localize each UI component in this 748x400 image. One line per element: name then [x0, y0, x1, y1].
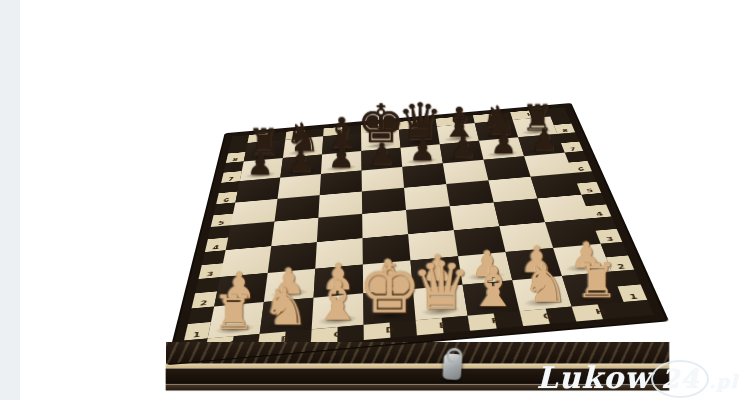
- square-e5: [404, 184, 450, 210]
- piece-shadow: [472, 300, 513, 313]
- watermark-tld: .pl: [709, 371, 738, 392]
- square-h4: [537, 195, 590, 223]
- square-a1: ♜: [208, 302, 264, 338]
- square-b2: ♟: [264, 269, 315, 302]
- square-d1: ♚: [363, 289, 415, 325]
- piece-shadow: [270, 288, 308, 300]
- piece-shadow: [574, 291, 617, 304]
- coord-left-3: 3: [199, 250, 226, 279]
- board-frame: ABCDEFGH8♜♞♝♚♛♝♞♜87♟♟♟♟♟♟♟♟7665544332♟♟♟…: [169, 104, 666, 364]
- coord-bottom-h: H: [572, 302, 630, 321]
- square-g4: [494, 198, 545, 226]
- piece-shadow: [418, 275, 457, 287]
- square-f1: ♝: [463, 280, 520, 315]
- coord-left-5: 5: [211, 202, 236, 227]
- coord-right-3: 3: [591, 216, 623, 243]
- square-g6: [484, 156, 531, 180]
- left-gray-strip: [0, 0, 20, 400]
- piece-shadow: [214, 323, 255, 336]
- square-d5: [362, 188, 406, 214]
- square-d2: ♟: [363, 260, 413, 293]
- square-c5: [318, 191, 362, 217]
- square-c6: [320, 170, 362, 195]
- chess-set-scene: ABCDEFGH8♜♞♝♚♛♝♞♜87♟♟♟♟♟♟♟♟7665544332♟♟♟…: [172, 6, 682, 396]
- square-a6: [235, 178, 280, 203]
- square-a5: [231, 199, 278, 226]
- coord-bottom-g: G: [520, 307, 577, 327]
- square-f2: ♟: [458, 252, 512, 285]
- piece-shadow: [326, 164, 357, 173]
- square-c1: ♝: [312, 293, 364, 329]
- piece-shadow: [516, 266, 556, 278]
- coord-bottom-d: D: [364, 320, 417, 340]
- square-g3: [499, 222, 553, 252]
- square-f5: [446, 180, 493, 206]
- watermark-word: Lukow: [537, 360, 652, 395]
- product-photo: ABCDEFGH8♜♞♝♚♛♝♞♜87♟♟♟♟♟♟♟♟7665544332♟♟♟…: [0, 0, 748, 400]
- metal-clasp-icon: [442, 353, 462, 380]
- square-f4: [450, 202, 500, 230]
- square-e1: ♛: [413, 285, 468, 321]
- coord-right-5: 5: [573, 171, 602, 194]
- piece-shadow: [220, 292, 259, 304]
- chess-board: ABCDEFGH8♜♞♝♚♛♝♞♜87♟♟♟♟♟♟♟♟7665544332♟♟♟…: [169, 104, 666, 364]
- frame-corner: [624, 300, 654, 317]
- piece-shadow: [285, 167, 316, 176]
- square-a8: ♜: [244, 140, 286, 162]
- watermark: Lukow24.pl: [537, 360, 738, 398]
- watermark-number: 24: [651, 360, 709, 398]
- square-b1: ♞: [260, 298, 314, 334]
- square-c2: ♟: [314, 265, 364, 298]
- piece-shadow: [318, 314, 357, 327]
- square-g2: ♟: [506, 248, 562, 280]
- square-b5: [275, 195, 320, 221]
- coord-bottom-e: E: [416, 316, 470, 336]
- square-c7: ♟: [321, 151, 362, 174]
- square-h5: [531, 173, 582, 199]
- coord-right-4: 4: [581, 193, 611, 218]
- square-e6: [402, 163, 446, 187]
- coord-bottom-f: F: [468, 311, 524, 331]
- square-e4: [406, 206, 454, 234]
- piece-shadow: [467, 270, 506, 282]
- square-e2: ♟: [410, 256, 462, 289]
- coord-right-6: 6: [565, 151, 592, 173]
- coord-left-6: 6: [216, 181, 240, 204]
- square-d4: [362, 210, 408, 238]
